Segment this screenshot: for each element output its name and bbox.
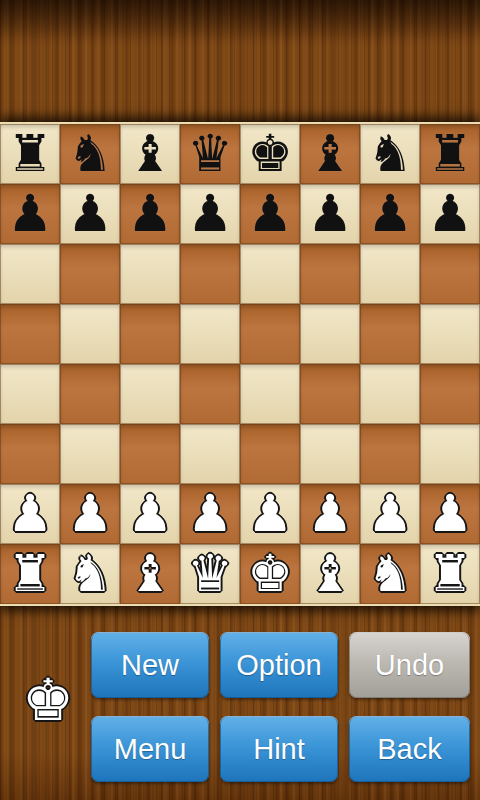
square-h1[interactable]: ♜ bbox=[420, 544, 480, 604]
square-e6[interactable] bbox=[240, 244, 300, 304]
square-g7[interactable]: ♟ bbox=[360, 184, 420, 244]
new-button[interactable]: New bbox=[91, 632, 209, 698]
white-pawn-piece[interactable]: ♟ bbox=[187, 484, 233, 544]
square-e3[interactable] bbox=[240, 424, 300, 484]
square-c3[interactable] bbox=[120, 424, 180, 484]
black-pawn-piece[interactable]: ♟ bbox=[367, 184, 413, 244]
white-bishop-piece[interactable]: ♝ bbox=[307, 544, 353, 604]
square-e8[interactable]: ♚ bbox=[240, 124, 300, 184]
square-f3[interactable] bbox=[300, 424, 360, 484]
square-f5[interactable] bbox=[300, 304, 360, 364]
black-knight-piece[interactable]: ♞ bbox=[367, 124, 413, 184]
black-king-piece[interactable]: ♚ bbox=[247, 124, 293, 184]
menu-button[interactable]: Menu bbox=[91, 716, 209, 782]
square-a5[interactable] bbox=[0, 304, 60, 364]
square-e4[interactable] bbox=[240, 364, 300, 424]
square-a2[interactable]: ♟ bbox=[0, 484, 60, 544]
square-a3[interactable] bbox=[0, 424, 60, 484]
white-pawn-piece[interactable]: ♟ bbox=[427, 484, 473, 544]
white-pawn-piece[interactable]: ♟ bbox=[307, 484, 353, 544]
square-g1[interactable]: ♞ bbox=[360, 544, 420, 604]
white-rook-piece[interactable]: ♜ bbox=[427, 544, 473, 604]
square-d5[interactable] bbox=[180, 304, 240, 364]
white-king-icon: ♚ bbox=[22, 671, 74, 729]
white-king-piece[interactable]: ♚ bbox=[247, 544, 293, 604]
white-pawn-piece[interactable]: ♟ bbox=[67, 484, 113, 544]
square-h8[interactable]: ♜ bbox=[420, 124, 480, 184]
square-a4[interactable] bbox=[0, 364, 60, 424]
square-b3[interactable] bbox=[60, 424, 120, 484]
black-pawn-piece[interactable]: ♟ bbox=[67, 184, 113, 244]
square-a7[interactable]: ♟ bbox=[0, 184, 60, 244]
square-f6[interactable] bbox=[300, 244, 360, 304]
square-d6[interactable] bbox=[180, 244, 240, 304]
square-d4[interactable] bbox=[180, 364, 240, 424]
square-g8[interactable]: ♞ bbox=[360, 124, 420, 184]
square-h3[interactable] bbox=[420, 424, 480, 484]
square-g4[interactable] bbox=[360, 364, 420, 424]
black-pawn-piece[interactable]: ♟ bbox=[427, 184, 473, 244]
white-pawn-piece[interactable]: ♟ bbox=[247, 484, 293, 544]
square-g5[interactable] bbox=[360, 304, 420, 364]
square-f1[interactable]: ♝ bbox=[300, 544, 360, 604]
square-d8[interactable]: ♛ bbox=[180, 124, 240, 184]
square-h6[interactable] bbox=[420, 244, 480, 304]
square-d2[interactable]: ♟ bbox=[180, 484, 240, 544]
white-pawn-piece[interactable]: ♟ bbox=[367, 484, 413, 544]
square-b8[interactable]: ♞ bbox=[60, 124, 120, 184]
turn-indicator: ♚ bbox=[16, 666, 80, 734]
square-b2[interactable]: ♟ bbox=[60, 484, 120, 544]
chess-app-screen: ♜♞♝♛♚♝♞♜♟♟♟♟♟♟♟♟♟♟♟♟♟♟♟♟♜♞♝♛♚♝♞♜ ♚ New O… bbox=[0, 0, 480, 800]
square-h2[interactable]: ♟ bbox=[420, 484, 480, 544]
hint-button[interactable]: Hint bbox=[220, 716, 338, 782]
square-e5[interactable] bbox=[240, 304, 300, 364]
square-c8[interactable]: ♝ bbox=[120, 124, 180, 184]
square-h4[interactable] bbox=[420, 364, 480, 424]
black-queen-piece[interactable]: ♛ bbox=[187, 124, 233, 184]
black-pawn-piece[interactable]: ♟ bbox=[7, 184, 53, 244]
square-e7[interactable]: ♟ bbox=[240, 184, 300, 244]
black-pawn-piece[interactable]: ♟ bbox=[187, 184, 233, 244]
square-a8[interactable]: ♜ bbox=[0, 124, 60, 184]
black-rook-piece[interactable]: ♜ bbox=[7, 124, 53, 184]
square-h5[interactable] bbox=[420, 304, 480, 364]
square-d3[interactable] bbox=[180, 424, 240, 484]
square-e1[interactable]: ♚ bbox=[240, 544, 300, 604]
square-b4[interactable] bbox=[60, 364, 120, 424]
white-bishop-piece[interactable]: ♝ bbox=[127, 544, 173, 604]
square-b1[interactable]: ♞ bbox=[60, 544, 120, 604]
square-b7[interactable]: ♟ bbox=[60, 184, 120, 244]
black-pawn-piece[interactable]: ♟ bbox=[307, 184, 353, 244]
square-c1[interactable]: ♝ bbox=[120, 544, 180, 604]
chess-board: ♜♞♝♛♚♝♞♜♟♟♟♟♟♟♟♟♟♟♟♟♟♟♟♟♜♞♝♛♚♝♞♜ bbox=[0, 124, 480, 604]
square-g6[interactable] bbox=[360, 244, 420, 304]
black-rook-piece[interactable]: ♜ bbox=[427, 124, 473, 184]
square-a1[interactable]: ♜ bbox=[0, 544, 60, 604]
square-d7[interactable]: ♟ bbox=[180, 184, 240, 244]
black-pawn-piece[interactable]: ♟ bbox=[247, 184, 293, 244]
black-pawn-piece[interactable]: ♟ bbox=[127, 184, 173, 244]
square-c2[interactable]: ♟ bbox=[120, 484, 180, 544]
white-queen-piece[interactable]: ♛ bbox=[187, 544, 233, 604]
black-bishop-piece[interactable]: ♝ bbox=[307, 124, 353, 184]
square-h7[interactable]: ♟ bbox=[420, 184, 480, 244]
square-g3[interactable] bbox=[360, 424, 420, 484]
square-g2[interactable]: ♟ bbox=[360, 484, 420, 544]
square-c5[interactable] bbox=[120, 304, 180, 364]
back-button[interactable]: Back bbox=[349, 716, 470, 782]
square-e2[interactable]: ♟ bbox=[240, 484, 300, 544]
white-pawn-piece[interactable]: ♟ bbox=[127, 484, 173, 544]
square-f4[interactable] bbox=[300, 364, 360, 424]
square-f7[interactable]: ♟ bbox=[300, 184, 360, 244]
square-c4[interactable] bbox=[120, 364, 180, 424]
square-c7[interactable]: ♟ bbox=[120, 184, 180, 244]
square-f8[interactable]: ♝ bbox=[300, 124, 360, 184]
undo-button[interactable]: Undo bbox=[349, 632, 470, 698]
chess-board-frame: ♜♞♝♛♚♝♞♜♟♟♟♟♟♟♟♟♟♟♟♟♟♟♟♟♜♞♝♛♚♝♞♜ bbox=[0, 122, 480, 606]
square-c6[interactable] bbox=[120, 244, 180, 304]
square-b5[interactable] bbox=[60, 304, 120, 364]
white-pawn-piece[interactable]: ♟ bbox=[7, 484, 53, 544]
square-b6[interactable] bbox=[60, 244, 120, 304]
black-bishop-piece[interactable]: ♝ bbox=[127, 124, 173, 184]
white-knight-piece[interactable]: ♞ bbox=[367, 544, 413, 604]
controls-panel: New Option Undo Menu Hint Back bbox=[91, 632, 470, 782]
white-knight-piece[interactable]: ♞ bbox=[67, 544, 113, 604]
square-a6[interactable] bbox=[0, 244, 60, 304]
black-knight-piece[interactable]: ♞ bbox=[67, 124, 113, 184]
option-button[interactable]: Option bbox=[220, 632, 338, 698]
square-d1[interactable]: ♛ bbox=[180, 544, 240, 604]
white-rook-piece[interactable]: ♜ bbox=[7, 544, 53, 604]
square-f2[interactable]: ♟ bbox=[300, 484, 360, 544]
